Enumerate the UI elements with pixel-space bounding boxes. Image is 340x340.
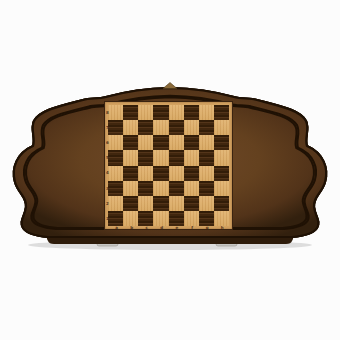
file-label-b: b bbox=[124, 226, 139, 229]
square-e4[interactable] bbox=[169, 166, 184, 181]
square-d8[interactable] bbox=[153, 105, 168, 120]
file-label-a: a bbox=[109, 226, 124, 229]
square-h2[interactable] bbox=[214, 196, 229, 211]
square-b6[interactable] bbox=[123, 135, 138, 150]
square-h1[interactable] bbox=[214, 211, 229, 226]
square-h8[interactable] bbox=[214, 105, 229, 120]
square-g4[interactable] bbox=[199, 166, 214, 181]
square-e8[interactable] bbox=[169, 105, 184, 120]
square-g8[interactable] bbox=[199, 105, 214, 120]
square-d7[interactable] bbox=[153, 120, 168, 135]
square-f1[interactable] bbox=[184, 211, 199, 226]
square-c5[interactable] bbox=[138, 150, 153, 165]
file-label-f: f bbox=[185, 226, 200, 229]
square-h6[interactable] bbox=[214, 135, 229, 150]
square-b1[interactable] bbox=[123, 211, 138, 226]
file-label-h: h bbox=[215, 226, 230, 229]
clasp-icon bbox=[163, 83, 177, 89]
square-d6[interactable] bbox=[153, 135, 168, 150]
square-f7[interactable] bbox=[184, 120, 199, 135]
square-e6[interactable] bbox=[169, 135, 184, 150]
square-a8[interactable] bbox=[108, 105, 123, 120]
square-f2[interactable] bbox=[184, 196, 199, 211]
square-b3[interactable] bbox=[123, 181, 138, 196]
square-b5[interactable] bbox=[123, 150, 138, 165]
square-c2[interactable] bbox=[138, 196, 153, 211]
square-a1[interactable] bbox=[108, 211, 123, 226]
file-label-g: g bbox=[200, 226, 215, 229]
square-b2[interactable] bbox=[123, 196, 138, 211]
square-g3[interactable] bbox=[199, 181, 214, 196]
file-label-e: e bbox=[169, 226, 184, 229]
square-a2[interactable] bbox=[108, 196, 123, 211]
square-f5[interactable] bbox=[184, 150, 199, 165]
square-e2[interactable] bbox=[169, 196, 184, 211]
board-grid bbox=[108, 105, 229, 226]
square-c6[interactable] bbox=[138, 135, 153, 150]
square-a5[interactable] bbox=[108, 150, 123, 165]
square-c1[interactable] bbox=[138, 211, 153, 226]
square-f3[interactable] bbox=[184, 181, 199, 196]
square-a4[interactable] bbox=[108, 166, 123, 181]
square-h4[interactable] bbox=[214, 166, 229, 181]
square-b4[interactable] bbox=[123, 166, 138, 181]
square-c3[interactable] bbox=[138, 181, 153, 196]
chess-board: 87654321abcdefgh bbox=[104, 101, 233, 230]
square-e7[interactable] bbox=[169, 120, 184, 135]
square-c7[interactable] bbox=[138, 120, 153, 135]
square-d4[interactable] bbox=[153, 166, 168, 181]
file-label-c: c bbox=[139, 226, 154, 229]
square-d5[interactable] bbox=[153, 150, 168, 165]
square-e1[interactable] bbox=[169, 211, 184, 226]
square-e5[interactable] bbox=[169, 150, 184, 165]
square-b8[interactable] bbox=[123, 105, 138, 120]
square-f4[interactable] bbox=[184, 166, 199, 181]
square-a3[interactable] bbox=[108, 181, 123, 196]
square-h7[interactable] bbox=[214, 120, 229, 135]
square-f6[interactable] bbox=[184, 135, 199, 150]
square-g5[interactable] bbox=[199, 150, 214, 165]
square-b7[interactable] bbox=[123, 120, 138, 135]
square-d3[interactable] bbox=[153, 181, 168, 196]
square-e3[interactable] bbox=[169, 181, 184, 196]
square-d2[interactable] bbox=[153, 196, 168, 211]
square-f8[interactable] bbox=[184, 105, 199, 120]
square-c4[interactable] bbox=[138, 166, 153, 181]
square-a7[interactable] bbox=[108, 120, 123, 135]
file-label-d: d bbox=[154, 226, 169, 229]
square-c8[interactable] bbox=[138, 105, 153, 120]
square-g7[interactable] bbox=[199, 120, 214, 135]
product-photo: 87654321abcdefgh bbox=[0, 0, 340, 340]
square-h5[interactable] bbox=[214, 150, 229, 165]
square-a6[interactable] bbox=[108, 135, 123, 150]
square-d1[interactable] bbox=[153, 211, 168, 226]
square-g6[interactable] bbox=[199, 135, 214, 150]
square-g1[interactable] bbox=[199, 211, 214, 226]
square-h3[interactable] bbox=[214, 181, 229, 196]
square-g2[interactable] bbox=[199, 196, 214, 211]
